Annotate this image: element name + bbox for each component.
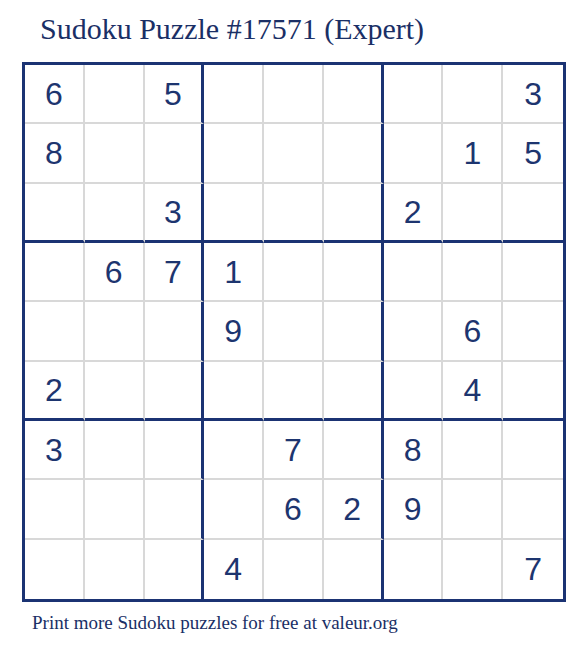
cell-r2c7 <box>384 124 444 183</box>
cell-r5c1 <box>25 302 85 361</box>
cell-r6c6 <box>324 362 384 421</box>
cell-r6c2 <box>85 362 145 421</box>
cell-r7c6 <box>324 421 384 480</box>
cell-r3c5 <box>264 184 324 243</box>
cell-r5c8: 6 <box>443 302 503 361</box>
cell-r7c9 <box>503 421 563 480</box>
cell-r1c3: 5 <box>145 65 205 124</box>
cell-r5c5 <box>264 302 324 361</box>
cell-r4c8 <box>443 243 503 302</box>
cell-r3c6 <box>324 184 384 243</box>
cell-r7c7: 8 <box>384 421 444 480</box>
cell-r2c8: 1 <box>443 124 503 183</box>
cell-r6c9 <box>503 362 563 421</box>
cell-r9c3 <box>145 540 205 599</box>
cell-r2c3 <box>145 124 205 183</box>
cell-r6c3 <box>145 362 205 421</box>
cell-r3c3: 3 <box>145 184 205 243</box>
cell-r4c2: 6 <box>85 243 145 302</box>
cell-r1c9: 3 <box>503 65 563 124</box>
cell-r3c8 <box>443 184 503 243</box>
cell-r8c6: 2 <box>324 480 384 539</box>
cell-r1c2 <box>85 65 145 124</box>
cell-r9c4: 4 <box>204 540 264 599</box>
cell-r9c7 <box>384 540 444 599</box>
cell-r2c4 <box>204 124 264 183</box>
cell-r8c5: 6 <box>264 480 324 539</box>
cell-r1c5 <box>264 65 324 124</box>
cell-r8c9 <box>503 480 563 539</box>
cell-r8c7: 9 <box>384 480 444 539</box>
cell-r6c1: 2 <box>25 362 85 421</box>
cell-r8c3 <box>145 480 205 539</box>
cell-r4c5 <box>264 243 324 302</box>
cell-r3c2 <box>85 184 145 243</box>
cell-r7c2 <box>85 421 145 480</box>
cell-r6c8: 4 <box>443 362 503 421</box>
cell-r5c7 <box>384 302 444 361</box>
cell-r8c1 <box>25 480 85 539</box>
cell-r6c4 <box>204 362 264 421</box>
cell-r5c6 <box>324 302 384 361</box>
cell-r7c1: 3 <box>25 421 85 480</box>
cell-r9c2 <box>85 540 145 599</box>
cell-r8c8 <box>443 480 503 539</box>
page-title: Sudoku Puzzle #17571 (Expert) <box>40 12 424 46</box>
cell-r1c7 <box>384 65 444 124</box>
cell-r9c6 <box>324 540 384 599</box>
cell-r3c1 <box>25 184 85 243</box>
cell-r5c4: 9 <box>204 302 264 361</box>
cell-r4c7 <box>384 243 444 302</box>
cell-r2c1: 8 <box>25 124 85 183</box>
sudoku-page: Sudoku Puzzle #17571 (Expert) 6538153267… <box>0 0 580 651</box>
cell-r3c4 <box>204 184 264 243</box>
cell-r3c7: 2 <box>384 184 444 243</box>
cell-r4c6 <box>324 243 384 302</box>
cell-r7c8 <box>443 421 503 480</box>
cell-r5c9 <box>503 302 563 361</box>
cell-r6c5 <box>264 362 324 421</box>
cell-r1c8 <box>443 65 503 124</box>
cell-r8c4 <box>204 480 264 539</box>
cell-r7c4 <box>204 421 264 480</box>
footer-text: Print more Sudoku puzzles for free at va… <box>32 612 398 634</box>
cell-r5c2 <box>85 302 145 361</box>
sudoku-board: 65381532671962437862947 <box>22 62 566 602</box>
cell-r9c1 <box>25 540 85 599</box>
cell-r4c3: 7 <box>145 243 205 302</box>
cell-r5c3 <box>145 302 205 361</box>
cell-r7c3 <box>145 421 205 480</box>
cell-r4c9 <box>503 243 563 302</box>
cell-r1c4 <box>204 65 264 124</box>
cell-r9c5 <box>264 540 324 599</box>
cell-r8c2 <box>85 480 145 539</box>
cell-r4c4: 1 <box>204 243 264 302</box>
cell-r2c2 <box>85 124 145 183</box>
cell-r2c5 <box>264 124 324 183</box>
cell-r4c1 <box>25 243 85 302</box>
cell-r1c6 <box>324 65 384 124</box>
cell-r9c9: 7 <box>503 540 563 599</box>
cell-r2c6 <box>324 124 384 183</box>
cell-r1c1: 6 <box>25 65 85 124</box>
cell-r3c9 <box>503 184 563 243</box>
cell-r9c8 <box>443 540 503 599</box>
cell-r6c7 <box>384 362 444 421</box>
cell-r7c5: 7 <box>264 421 324 480</box>
cell-r2c9: 5 <box>503 124 563 183</box>
